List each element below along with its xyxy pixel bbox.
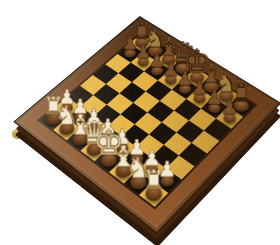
black-bishop-c8[interactable]: ♝ [148,33,190,60]
square-c8[interactable]: ♝ [156,50,181,69]
square-d8[interactable]: ♛ [170,59,196,79]
camera-tilt: ♜♞♝♛♚♝♞♜♟♟♟♟♟♟♟♟♟♟♟♟♟♟♟♟♜♞♝♛♚♝♞♜ [0,0,280,245]
square-c5[interactable] [119,82,145,103]
black-king-e8[interactable]: ♚ [175,44,218,77]
square-d7[interactable]: ♟ [158,70,184,90]
chess-board: ♜♞♝♛♚♝♞♜♟♟♟♟♟♟♟♟♟♟♟♟♟♟♟♟♜♞♝♛♚♝♞♜ [13,16,280,233]
piece-base [177,82,194,95]
piece-base [163,73,179,86]
scene: ♜♞♝♛♚♝♞♜♟♟♟♟♟♟♟♟♟♟♟♟♟♟♟♟♜♞♝♛♚♝♞♜ [0,0,280,245]
square-b5[interactable] [106,73,132,93]
black-pawn-h7[interactable]: ♟ [207,96,252,117]
square-d5[interactable] [133,91,160,112]
square-d6[interactable] [146,80,172,101]
square-a6[interactable] [105,54,130,73]
board-field: ♜♞♝♛♚♝♞♜♟♟♟♟♟♟♟♟♟♟♟♟♟♟♟♟♜♞♝♛♚♝♞♜ [37,32,257,210]
piece-base [132,35,152,50]
square-a5[interactable] [93,64,119,84]
black-queen-d8[interactable]: ♛ [162,38,204,69]
square-b8[interactable]: ♞ [143,42,168,61]
black-pawn-b7[interactable]: ♟ [122,41,164,61]
square-h1[interactable]: ♜ [139,182,168,207]
black-pawn-d7[interactable]: ♟ [150,59,193,79]
black-knight-b8[interactable]: ♞ [135,26,176,51]
piece-base [122,47,138,59]
square-h7[interactable]: ♟ [216,107,243,129]
piece-base [149,64,165,76]
piece-base [159,52,179,67]
square-b7[interactable]: ♟ [131,52,156,71]
black-pawn-c7[interactable]: ♟ [136,50,178,70]
piece-base [145,44,165,59]
square-e6[interactable] [160,90,187,111]
white-rook-h1[interactable]: ♜ [130,167,178,194]
black-pawn-a7[interactable]: ♟ [109,33,150,53]
square-c7[interactable]: ♟ [144,61,170,81]
black-rook-a8[interactable]: ♜ [121,19,162,42]
piece-base [187,70,207,86]
black-pawn-e7[interactable]: ♟ [163,68,206,89]
square-c6[interactable] [132,71,158,91]
square-b6[interactable] [118,63,144,83]
piece-base [172,61,192,76]
chess-set-photo: ♜♞♝♛♚♝♞♜♟♟♟♟♟♟♟♟♟♟♟♟♟♟♟♟♜♞♝♛♚♝♞♜ [0,0,280,245]
piece-base [135,55,151,67]
square-a7[interactable]: ♟ [117,44,142,63]
square-a4[interactable] [80,75,106,95]
square-a8[interactable]: ♜ [129,34,154,52]
